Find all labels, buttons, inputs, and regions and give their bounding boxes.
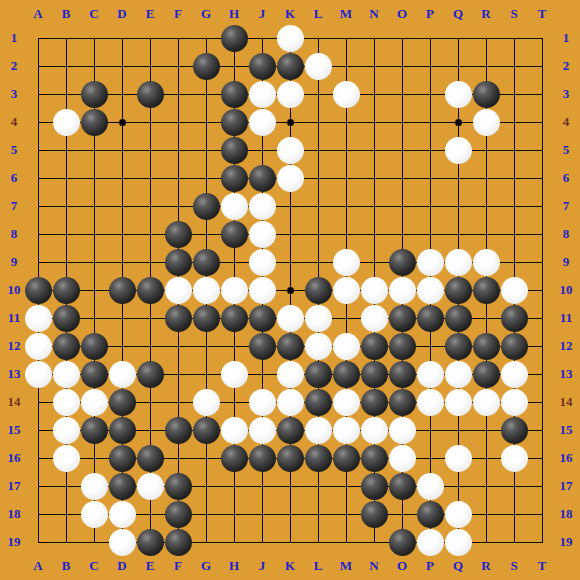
intersection-C1[interactable] (80, 24, 108, 52)
intersection-D15[interactable] (108, 416, 136, 444)
intersection-E4[interactable] (136, 108, 164, 136)
intersection-L13[interactable] (304, 360, 332, 388)
intersection-Q15[interactable] (444, 416, 472, 444)
intersection-G18[interactable] (192, 500, 220, 528)
intersection-A4[interactable] (24, 108, 52, 136)
intersection-Q19[interactable] (444, 528, 472, 556)
intersection-M11[interactable] (332, 304, 360, 332)
intersection-E13[interactable] (136, 360, 164, 388)
intersection-L2[interactable] (304, 52, 332, 80)
intersection-T8[interactable] (528, 220, 556, 248)
intersection-B4[interactable] (52, 108, 80, 136)
intersection-A3[interactable] (24, 80, 52, 108)
intersection-T17[interactable] (528, 472, 556, 500)
intersection-Q13[interactable] (444, 360, 472, 388)
intersection-L10[interactable] (304, 276, 332, 304)
intersection-T14[interactable] (528, 388, 556, 416)
intersection-M15[interactable] (332, 416, 360, 444)
intersection-S5[interactable] (500, 136, 528, 164)
intersection-P14[interactable] (416, 388, 444, 416)
intersection-Q11[interactable] (444, 304, 472, 332)
intersection-A6[interactable] (24, 164, 52, 192)
intersection-F17[interactable] (164, 472, 192, 500)
intersection-F11[interactable] (164, 304, 192, 332)
intersection-T9[interactable] (528, 248, 556, 276)
intersection-R3[interactable] (472, 80, 500, 108)
intersection-K18[interactable] (276, 500, 304, 528)
intersection-T18[interactable] (528, 500, 556, 528)
intersection-C8[interactable] (80, 220, 108, 248)
intersection-S9[interactable] (500, 248, 528, 276)
intersection-J6[interactable] (248, 164, 276, 192)
intersection-P8[interactable] (416, 220, 444, 248)
intersection-E7[interactable] (136, 192, 164, 220)
intersection-F3[interactable] (164, 80, 192, 108)
intersection-J5[interactable] (248, 136, 276, 164)
intersection-A12[interactable] (24, 332, 52, 360)
intersection-C16[interactable] (80, 444, 108, 472)
intersection-F12[interactable] (164, 332, 192, 360)
intersection-S4[interactable] (500, 108, 528, 136)
intersection-G16[interactable] (192, 444, 220, 472)
intersection-T4[interactable] (528, 108, 556, 136)
intersection-O5[interactable] (388, 136, 416, 164)
intersection-J18[interactable] (248, 500, 276, 528)
intersection-A16[interactable] (24, 444, 52, 472)
intersection-L19[interactable] (304, 528, 332, 556)
intersection-Q1[interactable] (444, 24, 472, 52)
intersection-R16[interactable] (472, 444, 500, 472)
intersection-A1[interactable] (24, 24, 52, 52)
intersection-L11[interactable] (304, 304, 332, 332)
intersection-D19[interactable] (108, 528, 136, 556)
intersection-D12[interactable] (108, 332, 136, 360)
intersection-D8[interactable] (108, 220, 136, 248)
intersection-B5[interactable] (52, 136, 80, 164)
intersection-J12[interactable] (248, 332, 276, 360)
intersection-D13[interactable] (108, 360, 136, 388)
intersection-H13[interactable] (220, 360, 248, 388)
intersection-G4[interactable] (192, 108, 220, 136)
intersection-Q9[interactable] (444, 248, 472, 276)
intersection-F18[interactable] (164, 500, 192, 528)
intersection-H1[interactable] (220, 24, 248, 52)
intersection-N9[interactable] (360, 248, 388, 276)
intersection-B13[interactable] (52, 360, 80, 388)
intersection-O19[interactable] (388, 528, 416, 556)
intersection-F2[interactable] (164, 52, 192, 80)
intersection-N19[interactable] (360, 528, 388, 556)
intersection-A11[interactable] (24, 304, 52, 332)
intersection-B1[interactable] (52, 24, 80, 52)
intersection-O1[interactable] (388, 24, 416, 52)
intersection-B2[interactable] (52, 52, 80, 80)
intersection-J15[interactable] (248, 416, 276, 444)
intersection-A2[interactable] (24, 52, 52, 80)
intersection-L5[interactable] (304, 136, 332, 164)
intersection-P4[interactable] (416, 108, 444, 136)
intersection-E5[interactable] (136, 136, 164, 164)
intersection-T13[interactable] (528, 360, 556, 388)
intersection-M6[interactable] (332, 164, 360, 192)
intersection-P13[interactable] (416, 360, 444, 388)
intersection-G5[interactable] (192, 136, 220, 164)
intersection-E10[interactable] (136, 276, 164, 304)
intersection-T11[interactable] (528, 304, 556, 332)
intersection-F4[interactable] (164, 108, 192, 136)
intersection-N11[interactable] (360, 304, 388, 332)
intersection-S16[interactable] (500, 444, 528, 472)
intersection-J3[interactable] (248, 80, 276, 108)
intersection-D16[interactable] (108, 444, 136, 472)
intersection-B18[interactable] (52, 500, 80, 528)
intersection-G13[interactable] (192, 360, 220, 388)
intersection-Q10[interactable] (444, 276, 472, 304)
intersection-Q6[interactable] (444, 164, 472, 192)
intersection-E2[interactable] (136, 52, 164, 80)
intersection-F19[interactable] (164, 528, 192, 556)
intersection-K8[interactable] (276, 220, 304, 248)
intersection-E1[interactable] (136, 24, 164, 52)
intersection-B12[interactable] (52, 332, 80, 360)
intersection-T12[interactable] (528, 332, 556, 360)
intersection-J1[interactable] (248, 24, 276, 52)
intersection-S8[interactable] (500, 220, 528, 248)
intersection-T16[interactable] (528, 444, 556, 472)
intersection-K10[interactable] (276, 276, 304, 304)
intersection-S13[interactable] (500, 360, 528, 388)
intersection-O18[interactable] (388, 500, 416, 528)
intersection-P2[interactable] (416, 52, 444, 80)
intersection-K4[interactable] (276, 108, 304, 136)
intersection-O10[interactable] (388, 276, 416, 304)
intersection-H6[interactable] (220, 164, 248, 192)
intersection-G19[interactable] (192, 528, 220, 556)
intersection-M4[interactable] (332, 108, 360, 136)
intersection-R1[interactable] (472, 24, 500, 52)
intersection-N4[interactable] (360, 108, 388, 136)
intersection-J9[interactable] (248, 248, 276, 276)
intersection-K9[interactable] (276, 248, 304, 276)
intersection-D9[interactable] (108, 248, 136, 276)
intersection-L6[interactable] (304, 164, 332, 192)
intersection-K11[interactable] (276, 304, 304, 332)
intersection-L12[interactable] (304, 332, 332, 360)
intersection-R8[interactable] (472, 220, 500, 248)
intersection-B16[interactable] (52, 444, 80, 472)
intersection-O16[interactable] (388, 444, 416, 472)
intersection-F15[interactable] (164, 416, 192, 444)
intersection-C9[interactable] (80, 248, 108, 276)
intersection-G12[interactable] (192, 332, 220, 360)
intersection-K3[interactable] (276, 80, 304, 108)
intersection-L18[interactable] (304, 500, 332, 528)
intersection-F14[interactable] (164, 388, 192, 416)
intersection-F10[interactable] (164, 276, 192, 304)
intersection-M8[interactable] (332, 220, 360, 248)
intersection-Q3[interactable] (444, 80, 472, 108)
intersection-P15[interactable] (416, 416, 444, 444)
intersection-T5[interactable] (528, 136, 556, 164)
intersection-S17[interactable] (500, 472, 528, 500)
intersection-M9[interactable] (332, 248, 360, 276)
intersection-J2[interactable] (248, 52, 276, 80)
intersection-D6[interactable] (108, 164, 136, 192)
intersection-G14[interactable] (192, 388, 220, 416)
intersection-R19[interactable] (472, 528, 500, 556)
intersection-B10[interactable] (52, 276, 80, 304)
intersection-B3[interactable] (52, 80, 80, 108)
intersection-C6[interactable] (80, 164, 108, 192)
intersection-J19[interactable] (248, 528, 276, 556)
intersection-J7[interactable] (248, 192, 276, 220)
intersection-O8[interactable] (388, 220, 416, 248)
intersection-P6[interactable] (416, 164, 444, 192)
intersection-R7[interactable] (472, 192, 500, 220)
intersection-S2[interactable] (500, 52, 528, 80)
intersection-Q14[interactable] (444, 388, 472, 416)
intersection-M17[interactable] (332, 472, 360, 500)
intersection-P5[interactable] (416, 136, 444, 164)
intersection-M10[interactable] (332, 276, 360, 304)
intersection-T6[interactable] (528, 164, 556, 192)
intersection-P12[interactable] (416, 332, 444, 360)
intersection-B8[interactable] (52, 220, 80, 248)
intersection-H2[interactable] (220, 52, 248, 80)
intersection-B17[interactable] (52, 472, 80, 500)
intersection-J11[interactable] (248, 304, 276, 332)
intersection-E9[interactable] (136, 248, 164, 276)
intersection-R6[interactable] (472, 164, 500, 192)
intersection-H15[interactable] (220, 416, 248, 444)
intersection-S12[interactable] (500, 332, 528, 360)
intersection-M3[interactable] (332, 80, 360, 108)
intersection-R12[interactable] (472, 332, 500, 360)
intersection-L15[interactable] (304, 416, 332, 444)
intersection-L4[interactable] (304, 108, 332, 136)
intersection-H11[interactable] (220, 304, 248, 332)
intersection-K2[interactable] (276, 52, 304, 80)
intersection-P19[interactable] (416, 528, 444, 556)
intersection-E14[interactable] (136, 388, 164, 416)
intersection-C11[interactable] (80, 304, 108, 332)
intersection-J4[interactable] (248, 108, 276, 136)
intersection-H17[interactable] (220, 472, 248, 500)
intersection-L1[interactable] (304, 24, 332, 52)
intersection-O9[interactable] (388, 248, 416, 276)
intersection-J14[interactable] (248, 388, 276, 416)
intersection-R9[interactable] (472, 248, 500, 276)
intersection-H8[interactable] (220, 220, 248, 248)
intersection-R2[interactable] (472, 52, 500, 80)
intersection-K1[interactable] (276, 24, 304, 52)
intersection-E11[interactable] (136, 304, 164, 332)
intersection-L7[interactable] (304, 192, 332, 220)
intersection-C18[interactable] (80, 500, 108, 528)
intersection-B6[interactable] (52, 164, 80, 192)
intersection-A15[interactable] (24, 416, 52, 444)
intersection-O17[interactable] (388, 472, 416, 500)
intersection-N15[interactable] (360, 416, 388, 444)
intersection-C5[interactable] (80, 136, 108, 164)
intersection-F1[interactable] (164, 24, 192, 52)
intersection-N5[interactable] (360, 136, 388, 164)
intersection-H16[interactable] (220, 444, 248, 472)
intersection-G1[interactable] (192, 24, 220, 52)
intersection-O6[interactable] (388, 164, 416, 192)
intersection-G15[interactable] (192, 416, 220, 444)
intersection-G8[interactable] (192, 220, 220, 248)
intersection-B19[interactable] (52, 528, 80, 556)
intersection-S15[interactable] (500, 416, 528, 444)
intersection-N7[interactable] (360, 192, 388, 220)
intersection-G3[interactable] (192, 80, 220, 108)
intersection-C14[interactable] (80, 388, 108, 416)
intersection-D14[interactable] (108, 388, 136, 416)
intersection-G6[interactable] (192, 164, 220, 192)
intersection-S1[interactable] (500, 24, 528, 52)
intersection-T2[interactable] (528, 52, 556, 80)
intersection-Q16[interactable] (444, 444, 472, 472)
intersection-N1[interactable] (360, 24, 388, 52)
intersection-O2[interactable] (388, 52, 416, 80)
intersection-K15[interactable] (276, 416, 304, 444)
intersection-M18[interactable] (332, 500, 360, 528)
intersection-M12[interactable] (332, 332, 360, 360)
intersection-A5[interactable] (24, 136, 52, 164)
intersection-M14[interactable] (332, 388, 360, 416)
intersection-Q12[interactable] (444, 332, 472, 360)
intersection-E12[interactable] (136, 332, 164, 360)
intersection-P11[interactable] (416, 304, 444, 332)
intersection-N10[interactable] (360, 276, 388, 304)
intersection-E16[interactable] (136, 444, 164, 472)
intersection-M16[interactable] (332, 444, 360, 472)
intersection-H10[interactable] (220, 276, 248, 304)
intersection-N18[interactable] (360, 500, 388, 528)
intersection-O7[interactable] (388, 192, 416, 220)
intersection-O3[interactable] (388, 80, 416, 108)
intersection-S14[interactable] (500, 388, 528, 416)
intersection-C13[interactable] (80, 360, 108, 388)
intersection-R18[interactable] (472, 500, 500, 528)
intersection-L9[interactable] (304, 248, 332, 276)
intersection-J13[interactable] (248, 360, 276, 388)
intersection-H3[interactable] (220, 80, 248, 108)
intersection-J17[interactable] (248, 472, 276, 500)
intersection-R4[interactable] (472, 108, 500, 136)
intersection-T7[interactable] (528, 192, 556, 220)
intersection-C3[interactable] (80, 80, 108, 108)
intersection-C19[interactable] (80, 528, 108, 556)
intersection-H18[interactable] (220, 500, 248, 528)
intersection-H19[interactable] (220, 528, 248, 556)
intersection-F8[interactable] (164, 220, 192, 248)
intersection-E6[interactable] (136, 164, 164, 192)
intersection-C4[interactable] (80, 108, 108, 136)
intersection-K13[interactable] (276, 360, 304, 388)
intersection-C17[interactable] (80, 472, 108, 500)
intersection-P1[interactable] (416, 24, 444, 52)
intersection-N3[interactable] (360, 80, 388, 108)
intersection-L16[interactable] (304, 444, 332, 472)
intersection-O15[interactable] (388, 416, 416, 444)
intersection-N2[interactable] (360, 52, 388, 80)
intersection-S11[interactable] (500, 304, 528, 332)
intersection-A8[interactable] (24, 220, 52, 248)
intersection-T1[interactable] (528, 24, 556, 52)
intersection-R13[interactable] (472, 360, 500, 388)
intersection-G2[interactable] (192, 52, 220, 80)
intersection-N13[interactable] (360, 360, 388, 388)
intersection-D10[interactable] (108, 276, 136, 304)
intersection-O11[interactable] (388, 304, 416, 332)
intersection-M2[interactable] (332, 52, 360, 80)
intersection-D4[interactable] (108, 108, 136, 136)
intersection-K5[interactable] (276, 136, 304, 164)
intersection-J16[interactable] (248, 444, 276, 472)
intersection-T10[interactable] (528, 276, 556, 304)
intersection-B15[interactable] (52, 416, 80, 444)
intersection-A9[interactable] (24, 248, 52, 276)
intersection-H9[interactable] (220, 248, 248, 276)
intersection-P17[interactable] (416, 472, 444, 500)
intersection-L14[interactable] (304, 388, 332, 416)
intersection-F13[interactable] (164, 360, 192, 388)
intersection-E17[interactable] (136, 472, 164, 500)
intersection-T3[interactable] (528, 80, 556, 108)
intersection-K14[interactable] (276, 388, 304, 416)
intersection-N8[interactable] (360, 220, 388, 248)
intersection-S19[interactable] (500, 528, 528, 556)
intersection-F9[interactable] (164, 248, 192, 276)
intersection-H5[interactable] (220, 136, 248, 164)
intersection-F6[interactable] (164, 164, 192, 192)
intersection-B14[interactable] (52, 388, 80, 416)
intersection-O14[interactable] (388, 388, 416, 416)
intersection-P16[interactable] (416, 444, 444, 472)
intersection-F5[interactable] (164, 136, 192, 164)
intersection-M7[interactable] (332, 192, 360, 220)
intersection-D17[interactable] (108, 472, 136, 500)
intersection-H7[interactable] (220, 192, 248, 220)
intersection-G10[interactable] (192, 276, 220, 304)
intersection-N14[interactable] (360, 388, 388, 416)
intersection-K19[interactable] (276, 528, 304, 556)
intersection-S10[interactable] (500, 276, 528, 304)
intersection-L3[interactable] (304, 80, 332, 108)
intersection-L17[interactable] (304, 472, 332, 500)
go-board[interactable] (24, 24, 556, 556)
intersection-D11[interactable] (108, 304, 136, 332)
intersection-A10[interactable] (24, 276, 52, 304)
intersection-M13[interactable] (332, 360, 360, 388)
intersection-N17[interactable] (360, 472, 388, 500)
intersection-H12[interactable] (220, 332, 248, 360)
intersection-R17[interactable] (472, 472, 500, 500)
intersection-J8[interactable] (248, 220, 276, 248)
intersection-C10[interactable] (80, 276, 108, 304)
intersection-D2[interactable] (108, 52, 136, 80)
intersection-M5[interactable] (332, 136, 360, 164)
intersection-N6[interactable] (360, 164, 388, 192)
intersection-M19[interactable] (332, 528, 360, 556)
intersection-O12[interactable] (388, 332, 416, 360)
intersection-B7[interactable] (52, 192, 80, 220)
intersection-L8[interactable] (304, 220, 332, 248)
intersection-E8[interactable] (136, 220, 164, 248)
intersection-Q7[interactable] (444, 192, 472, 220)
